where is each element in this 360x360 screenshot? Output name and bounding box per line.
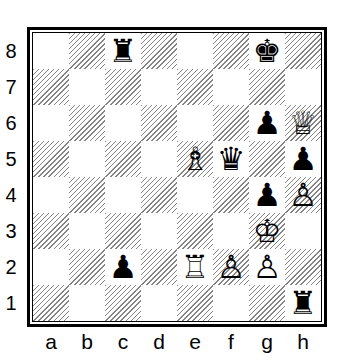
square-a7[interactable] (33, 69, 69, 105)
file-label-f: f (213, 329, 249, 355)
white-rook-e2[interactable]: ♖ (181, 249, 210, 285)
square-h1[interactable]: ♜ (285, 285, 321, 321)
square-c5[interactable] (105, 141, 141, 177)
square-d5[interactable] (141, 141, 177, 177)
square-a2[interactable] (33, 249, 69, 285)
rank-label-5: 5 (0, 141, 22, 177)
square-d6[interactable] (141, 105, 177, 141)
square-a1[interactable] (33, 285, 69, 321)
square-h7[interactable] (285, 69, 321, 105)
square-e3[interactable] (177, 213, 213, 249)
rank-label-3: 3 (0, 213, 22, 249)
square-g7[interactable] (249, 69, 285, 105)
square-c4[interactable] (105, 177, 141, 213)
black-pawn-g6[interactable]: ♟ (253, 105, 282, 141)
chess-board-grid: ♜♚♟♕♗♛♟♟♙♔♟♖♙♙♜ (33, 33, 321, 321)
square-g3[interactable]: ♔ (249, 213, 285, 249)
square-e1[interactable] (177, 285, 213, 321)
square-e2[interactable]: ♖ (177, 249, 213, 285)
square-c8[interactable]: ♜ (105, 33, 141, 69)
square-f7[interactable] (213, 69, 249, 105)
square-d2[interactable] (141, 249, 177, 285)
square-h3[interactable] (285, 213, 321, 249)
square-g5[interactable] (249, 141, 285, 177)
rank-label-8: 8 (0, 33, 22, 69)
rank-label-6: 6 (0, 105, 22, 141)
black-pawn-h5[interactable]: ♟ (289, 141, 318, 177)
square-h4[interactable]: ♙ (285, 177, 321, 213)
chess-diagram: 87654321 abcdefgh ♜♚♟♕♗♛♟♟♙♔♟♖♙♙♜ (0, 0, 360, 360)
file-label-a: a (33, 329, 69, 355)
square-b5[interactable] (69, 141, 105, 177)
square-a5[interactable] (33, 141, 69, 177)
square-d3[interactable] (141, 213, 177, 249)
chess-board: ♜♚♟♕♗♛♟♟♙♔♟♖♙♙♜ (27, 27, 327, 327)
file-label-h: h (285, 329, 321, 355)
square-c3[interactable] (105, 213, 141, 249)
square-b2[interactable] (69, 249, 105, 285)
square-a8[interactable] (33, 33, 69, 69)
square-e6[interactable] (177, 105, 213, 141)
file-label-d: d (141, 329, 177, 355)
square-a4[interactable] (33, 177, 69, 213)
file-label-e: e (177, 329, 213, 355)
rank-label-2: 2 (0, 249, 22, 285)
square-f8[interactable] (213, 33, 249, 69)
square-f4[interactable] (213, 177, 249, 213)
square-f5[interactable]: ♛ (213, 141, 249, 177)
black-pawn-c2[interactable]: ♟ (109, 249, 138, 285)
square-e5[interactable]: ♗ (177, 141, 213, 177)
square-b6[interactable] (69, 105, 105, 141)
black-king-g8[interactable]: ♚ (253, 33, 282, 69)
square-d7[interactable] (141, 69, 177, 105)
square-g6[interactable]: ♟ (249, 105, 285, 141)
black-pawn-g4[interactable]: ♟ (253, 177, 282, 213)
white-pawn-f2[interactable]: ♙ (217, 249, 246, 285)
square-e4[interactable] (177, 177, 213, 213)
rank-label-4: 4 (0, 177, 22, 213)
file-label-g: g (249, 329, 285, 355)
square-g8[interactable]: ♚ (249, 33, 285, 69)
white-queen-h6[interactable]: ♕ (289, 105, 318, 141)
square-f1[interactable] (213, 285, 249, 321)
square-b8[interactable] (69, 33, 105, 69)
square-c6[interactable] (105, 105, 141, 141)
square-a3[interactable] (33, 213, 69, 249)
square-h5[interactable]: ♟ (285, 141, 321, 177)
white-king-g3[interactable]: ♔ (253, 213, 282, 249)
rank-labels: 87654321 (0, 33, 22, 321)
square-g1[interactable] (249, 285, 285, 321)
square-a6[interactable] (33, 105, 69, 141)
square-d1[interactable] (141, 285, 177, 321)
square-b1[interactable] (69, 285, 105, 321)
square-h2[interactable] (285, 249, 321, 285)
square-b4[interactable] (69, 177, 105, 213)
square-f3[interactable] (213, 213, 249, 249)
square-e7[interactable] (177, 69, 213, 105)
rank-label-7: 7 (0, 69, 22, 105)
file-labels: abcdefgh (33, 329, 321, 355)
square-b7[interactable] (69, 69, 105, 105)
black-rook-h1[interactable]: ♜ (289, 285, 318, 321)
square-c1[interactable] (105, 285, 141, 321)
square-h8[interactable] (285, 33, 321, 69)
white-bishop-e5[interactable]: ♗ (181, 141, 210, 177)
square-h6[interactable]: ♕ (285, 105, 321, 141)
square-f6[interactable] (213, 105, 249, 141)
rank-label-1: 1 (0, 285, 22, 321)
white-pawn-g2[interactable]: ♙ (253, 249, 282, 285)
square-f2[interactable]: ♙ (213, 249, 249, 285)
file-label-b: b (69, 329, 105, 355)
square-b3[interactable] (69, 213, 105, 249)
chess-board-inner-frame: ♜♚♟♕♗♛♟♟♙♔♟♖♙♙♜ (32, 32, 322, 322)
square-e8[interactable] (177, 33, 213, 69)
black-rook-c8[interactable]: ♜ (109, 33, 138, 69)
square-d4[interactable] (141, 177, 177, 213)
black-queen-f5[interactable]: ♛ (217, 141, 246, 177)
file-label-c: c (105, 329, 141, 355)
white-pawn-h4[interactable]: ♙ (289, 177, 318, 213)
square-c2[interactable]: ♟ (105, 249, 141, 285)
square-g2[interactable]: ♙ (249, 249, 285, 285)
square-c7[interactable] (105, 69, 141, 105)
square-g4[interactable]: ♟ (249, 177, 285, 213)
square-d8[interactable] (141, 33, 177, 69)
